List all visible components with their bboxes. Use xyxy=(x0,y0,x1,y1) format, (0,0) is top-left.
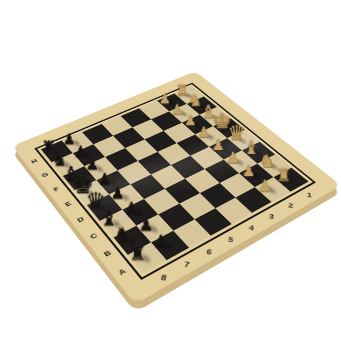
chess-board: ♜♞♝♚♛♝♞♜♟♟♟♟♟♟♟♟♟♟♟♟♟♟♟♟♜♞♝♚♛♝♞♜ HGFEDCB… xyxy=(12,71,341,304)
piece-wood-pawn: ♟ xyxy=(252,178,277,194)
piece-black-rook: ♜ xyxy=(123,243,151,263)
file-label-h: H xyxy=(20,153,47,168)
playing-field: ♜♞♝♚♛♝♞♜♟♟♟♟♟♟♟♟♟♟♟♟♟♟♟♟♜♞♝♚♛♝♞♜ xyxy=(34,82,316,279)
chess-set-product-photo: ♜♞♝♚♛♝♞♜♟♟♟♟♟♟♟♟♟♟♟♟♟♟♟♟♜♞♝♚♛♝♞♜ HGFEDCB… xyxy=(0,0,341,341)
piece-wood-pawn: ♟ xyxy=(236,164,261,179)
square-a7: ♟ xyxy=(150,230,188,260)
board-grid: ♜♞♝♚♛♝♞♜♟♟♟♟♟♟♟♟♟♟♟♟♟♟♟♟♜♞♝♚♛♝♞♜ xyxy=(40,86,308,273)
perspective-wrapper: ♜♞♝♚♛♝♞♜♟♟♟♟♟♟♟♟♟♟♟♟♟♟♟♟♜♞♝♚♛♝♞♜ HGFEDCB… xyxy=(0,0,341,341)
